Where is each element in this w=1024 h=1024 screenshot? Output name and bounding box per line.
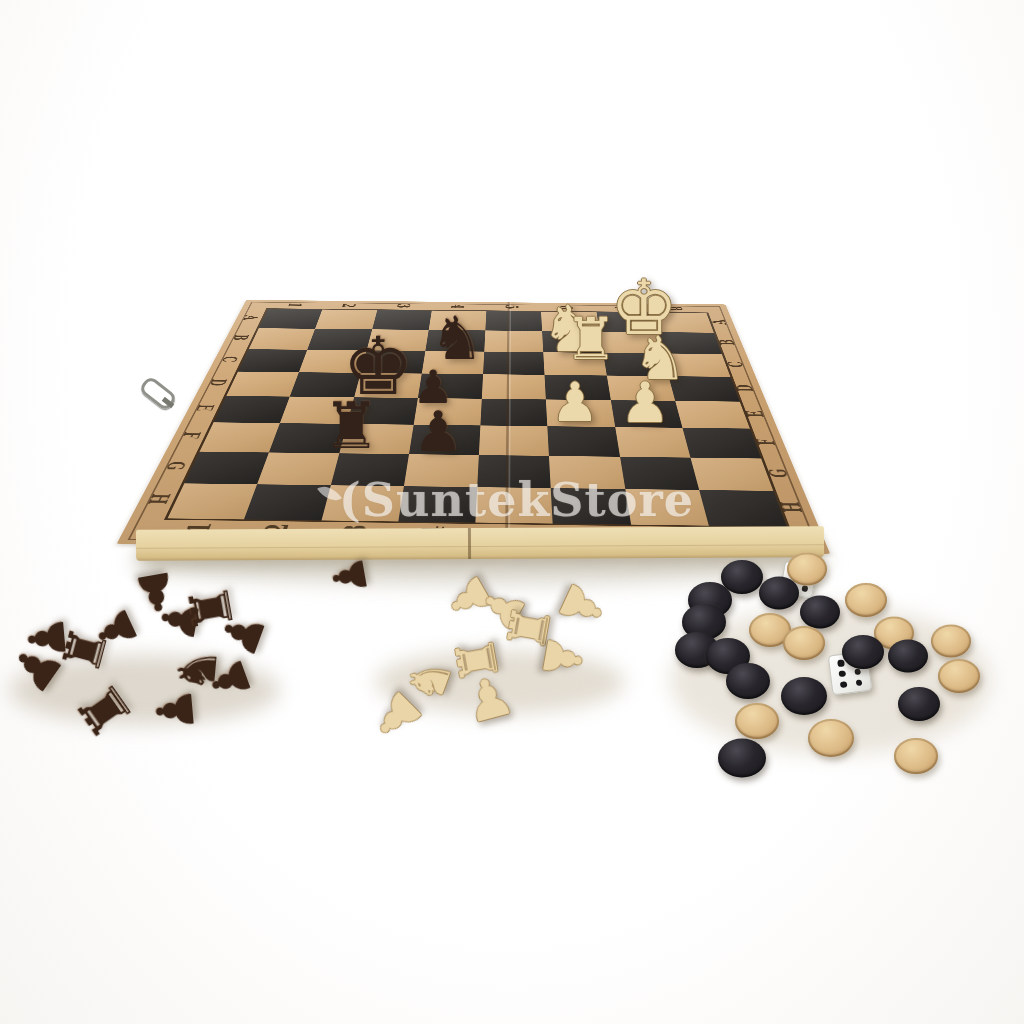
square-E1 xyxy=(214,396,290,423)
piece-light-pawn-1-E6: ♟ xyxy=(551,378,599,428)
checker-black-5 xyxy=(800,596,840,629)
checker-wood-10 xyxy=(894,738,938,774)
scattered-light-piece-5: ♟ xyxy=(534,632,591,685)
scattered-dark-piece-13: ♟ xyxy=(325,553,375,599)
coord-right-H: H xyxy=(775,502,808,513)
square-B5 xyxy=(484,331,543,353)
square-E8 xyxy=(675,401,750,429)
die-pip xyxy=(839,670,846,677)
coord-top-3: 3 xyxy=(393,304,414,308)
die-pip xyxy=(854,668,861,675)
square-F1 xyxy=(200,422,280,452)
coord-left-A: A xyxy=(239,315,262,320)
square-F8 xyxy=(682,428,761,458)
square-D1 xyxy=(226,372,299,397)
coord-left-E: E xyxy=(191,404,219,411)
checker-wood-7 xyxy=(938,659,980,693)
checker-black-9 xyxy=(888,640,928,673)
wood-grain-line xyxy=(136,544,824,549)
clasp xyxy=(138,374,178,418)
piece-light-rook-D6: ♜ xyxy=(565,313,617,366)
square-A5 xyxy=(485,311,542,331)
square-A1 xyxy=(259,309,323,329)
checker-wood-9 xyxy=(808,719,854,757)
coord-left-D: D xyxy=(205,379,232,386)
square-H1 xyxy=(168,483,258,519)
coord-top-2: 2 xyxy=(338,303,360,307)
coord-left-H: H xyxy=(142,493,175,504)
coord-right-G: G xyxy=(763,468,794,477)
watermark-text: SuntekStore xyxy=(362,473,694,527)
coord-left-F: F xyxy=(177,432,206,439)
coord-right-B: B xyxy=(715,339,739,345)
piece-dark-rook-G3: ♜ xyxy=(322,397,379,456)
square-F5 xyxy=(479,426,549,456)
coord-right-C: C xyxy=(723,361,748,367)
square-G8 xyxy=(690,457,773,490)
die-pip xyxy=(801,585,807,591)
die-pip xyxy=(840,681,847,688)
checker-wood-4 xyxy=(783,626,825,660)
coord-left-B: B xyxy=(228,335,252,341)
coord-left-C: C xyxy=(217,356,242,362)
square-H8 xyxy=(699,490,787,527)
piece-dark-knight-D4: ♞ xyxy=(430,311,484,366)
coord-top-5: 5 xyxy=(502,305,522,309)
square-B1 xyxy=(249,328,315,349)
square-C5 xyxy=(483,351,545,374)
square-D5 xyxy=(482,374,546,399)
coord-right-A: A xyxy=(707,320,730,325)
coord-right-D: D xyxy=(732,385,758,392)
square-C1 xyxy=(238,349,307,372)
die-pip xyxy=(855,679,862,686)
die-pip xyxy=(838,660,845,667)
coord-left-G: G xyxy=(160,461,191,470)
checker-wood-6 xyxy=(931,625,971,658)
scattered-dark-piece-12: ♟ xyxy=(149,685,203,734)
piece-dark-pawn-2-G4: ♟ xyxy=(413,406,463,458)
board-front-edge xyxy=(136,526,824,561)
checker-black-12 xyxy=(718,739,766,778)
watermark: (SuntekStore xyxy=(330,473,694,527)
checker-black-11 xyxy=(781,677,827,715)
coord-right-E: E xyxy=(741,411,768,418)
coord-top-1: 1 xyxy=(284,303,306,307)
checker-black-3 xyxy=(759,577,799,610)
square-E5 xyxy=(480,399,547,427)
piece-light-pawn-2-E7: ♟ xyxy=(620,377,670,429)
coord-right-F: F xyxy=(752,439,781,446)
checker-black-13 xyxy=(898,687,940,721)
product-photo-chess-set: AA11BB22CC33DD44EE55FF66GG77HH88 ♚♞♟♜♟♚♞… xyxy=(0,0,1024,1024)
checker-black-8 xyxy=(842,635,884,669)
checker-wood-8 xyxy=(735,703,779,739)
checker-wood-2 xyxy=(845,583,887,617)
edge-fold-seam xyxy=(468,528,471,559)
square-G1 xyxy=(184,451,269,484)
watermark-paren: ( xyxy=(339,473,362,527)
checker-black-10 xyxy=(726,663,770,699)
